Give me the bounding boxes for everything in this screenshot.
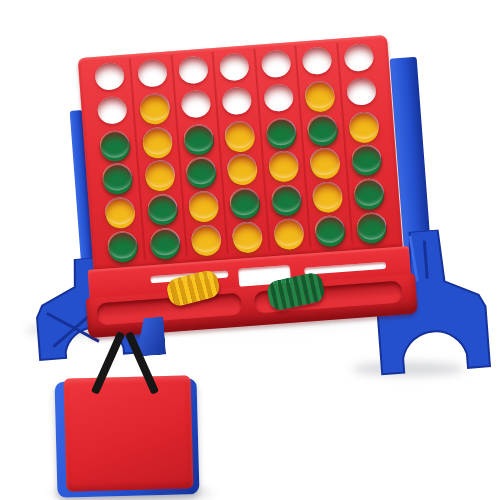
green-disc: ● (107, 230, 138, 259)
hole-filled: ● (107, 230, 138, 259)
cell-r1c4 (212, 49, 256, 86)
green-disc: ● (149, 227, 180, 256)
hole-empty (343, 43, 374, 72)
cell-r1c5 (253, 46, 297, 83)
yellow-disc: ● (232, 221, 263, 250)
cell-r1c3 (171, 52, 215, 89)
hole-empty (94, 62, 125, 91)
hole-filled: ● (356, 211, 387, 240)
green-disc: ● (315, 214, 346, 243)
cell-r1c1 (88, 58, 132, 95)
release-slot-right (304, 262, 386, 275)
game-board: ●●●●●●●●●●●●●●●●●●●●●●●●●●●●●● (78, 35, 403, 272)
hole-filled: ● (273, 217, 304, 246)
hole-empty (178, 56, 209, 85)
bag-red-panel (64, 375, 194, 491)
product-photo: ●●●●●●●●●●●●●●●●●●●●●●●●●●●●●● (0, 0, 500, 500)
hole-filled: ● (191, 224, 222, 253)
cell-r1c7 (336, 40, 380, 77)
hole-filled: ● (232, 221, 263, 250)
yellow-disc: ● (191, 224, 222, 253)
cell-r6c3: ● (183, 220, 227, 257)
hole-filled: ● (149, 227, 180, 256)
cell-r6c6: ● (307, 211, 351, 248)
hole-filled: ● (315, 214, 346, 243)
cell-r6c4: ● (225, 217, 269, 254)
carry-bag (56, 328, 206, 498)
board-grid: ●●●●●●●●●●●●●●●●●●●●●●●●●●●●●● (88, 40, 392, 263)
yellow-disc: ● (273, 217, 304, 246)
cell-r6c1: ● (101, 226, 145, 263)
hole-empty (261, 50, 292, 79)
hole-empty (219, 53, 250, 82)
green-disc: ● (356, 211, 387, 240)
cell-r6c2: ● (142, 223, 186, 260)
cell-r6c5: ● (266, 214, 310, 251)
cell-r6c7: ● (348, 208, 392, 245)
